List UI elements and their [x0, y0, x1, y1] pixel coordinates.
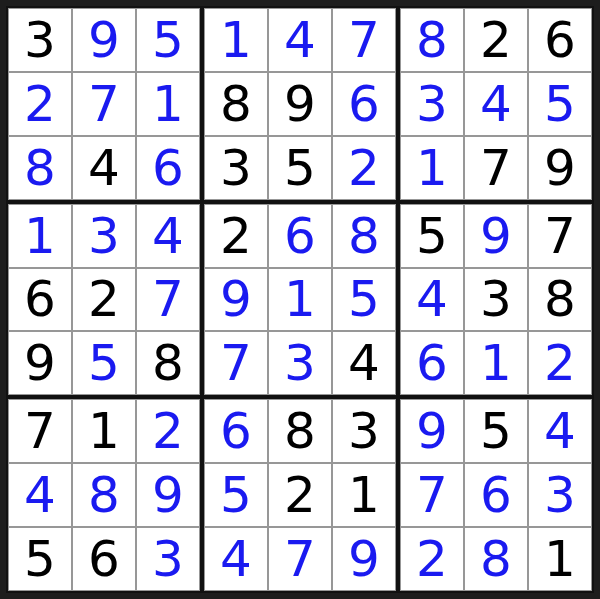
- block-5: 268915734: [202, 202, 398, 398]
- cell-r2c1[interactable]: 2: [8, 72, 72, 136]
- block-2: 147896352: [202, 6, 398, 202]
- cell-r3c9[interactable]: 9: [528, 136, 592, 200]
- cell-r6c9[interactable]: 2: [528, 331, 592, 395]
- cell-r1c6[interactable]: 7: [332, 8, 396, 72]
- cell-r8c1[interactable]: 4: [8, 463, 72, 527]
- cell-r5c4[interactable]: 9: [204, 268, 268, 332]
- cell-r4c3[interactable]: 4: [136, 204, 200, 268]
- cell-r3c5[interactable]: 5: [268, 136, 332, 200]
- cell-r6c2[interactable]: 5: [72, 331, 136, 395]
- block-7: 712489563: [6, 397, 202, 593]
- cell-r1c2[interactable]: 9: [72, 8, 136, 72]
- cell-r3c2[interactable]: 4: [72, 136, 136, 200]
- cell-r7c6[interactable]: 3: [332, 399, 396, 463]
- cell-r5c7[interactable]: 4: [400, 268, 464, 332]
- cell-r1c3[interactable]: 5: [136, 8, 200, 72]
- cell-r7c2[interactable]: 1: [72, 399, 136, 463]
- cell-r1c4[interactable]: 1: [204, 8, 268, 72]
- cell-r6c6[interactable]: 4: [332, 331, 396, 395]
- cell-r5c3[interactable]: 7: [136, 268, 200, 332]
- cell-r1c5[interactable]: 4: [268, 8, 332, 72]
- cell-r9c7[interactable]: 2: [400, 527, 464, 591]
- block-8: 683521479: [202, 397, 398, 593]
- cell-r5c1[interactable]: 6: [8, 268, 72, 332]
- cell-r4c6[interactable]: 8: [332, 204, 396, 268]
- cell-r9c8[interactable]: 8: [464, 527, 528, 591]
- cell-r2c6[interactable]: 6: [332, 72, 396, 136]
- cell-r9c6[interactable]: 9: [332, 527, 396, 591]
- cell-r3c1[interactable]: 8: [8, 136, 72, 200]
- cell-r7c5[interactable]: 8: [268, 399, 332, 463]
- cell-r8c2[interactable]: 8: [72, 463, 136, 527]
- cell-r8c8[interactable]: 6: [464, 463, 528, 527]
- cell-r6c1[interactable]: 9: [8, 331, 72, 395]
- cell-r7c4[interactable]: 6: [204, 399, 268, 463]
- sudoku-board: 3952718461478963528263451791346279582689…: [0, 0, 600, 599]
- cell-r6c8[interactable]: 1: [464, 331, 528, 395]
- cell-r5c6[interactable]: 5: [332, 268, 396, 332]
- cell-r6c4[interactable]: 7: [204, 331, 268, 395]
- cell-r7c3[interactable]: 2: [136, 399, 200, 463]
- cell-r7c8[interactable]: 5: [464, 399, 528, 463]
- cell-r4c2[interactable]: 3: [72, 204, 136, 268]
- cell-r9c4[interactable]: 4: [204, 527, 268, 591]
- cell-r2c3[interactable]: 1: [136, 72, 200, 136]
- cell-r9c2[interactable]: 6: [72, 527, 136, 591]
- block-9: 954763281: [398, 397, 594, 593]
- cell-r5c9[interactable]: 8: [528, 268, 592, 332]
- cell-r8c9[interactable]: 3: [528, 463, 592, 527]
- cell-r8c3[interactable]: 9: [136, 463, 200, 527]
- cell-r6c5[interactable]: 3: [268, 331, 332, 395]
- cell-r1c9[interactable]: 6: [528, 8, 592, 72]
- block-3: 826345179: [398, 6, 594, 202]
- cell-r7c7[interactable]: 9: [400, 399, 464, 463]
- block-1: 395271846: [6, 6, 202, 202]
- cell-r2c9[interactable]: 5: [528, 72, 592, 136]
- cell-r2c4[interactable]: 8: [204, 72, 268, 136]
- cell-r7c1[interactable]: 7: [8, 399, 72, 463]
- cell-r2c7[interactable]: 3: [400, 72, 464, 136]
- cell-r8c7[interactable]: 7: [400, 463, 464, 527]
- block-6: 597438612: [398, 202, 594, 398]
- cell-r5c8[interactable]: 3: [464, 268, 528, 332]
- cell-r4c9[interactable]: 7: [528, 204, 592, 268]
- cell-r3c7[interactable]: 1: [400, 136, 464, 200]
- cell-r3c4[interactable]: 3: [204, 136, 268, 200]
- cell-r1c8[interactable]: 2: [464, 8, 528, 72]
- cell-r3c8[interactable]: 7: [464, 136, 528, 200]
- cell-r2c8[interactable]: 4: [464, 72, 528, 136]
- cell-r9c3[interactable]: 3: [136, 527, 200, 591]
- cell-r1c1[interactable]: 3: [8, 8, 72, 72]
- cell-r5c2[interactable]: 2: [72, 268, 136, 332]
- cell-r4c8[interactable]: 9: [464, 204, 528, 268]
- cell-r9c1[interactable]: 5: [8, 527, 72, 591]
- cell-r3c3[interactable]: 6: [136, 136, 200, 200]
- block-4: 134627958: [6, 202, 202, 398]
- cell-r4c4[interactable]: 2: [204, 204, 268, 268]
- cell-r5c5[interactable]: 1: [268, 268, 332, 332]
- cell-r2c5[interactable]: 9: [268, 72, 332, 136]
- cell-r4c1[interactable]: 1: [8, 204, 72, 268]
- cell-r3c6[interactable]: 2: [332, 136, 396, 200]
- cell-r4c5[interactable]: 6: [268, 204, 332, 268]
- cell-r6c3[interactable]: 8: [136, 331, 200, 395]
- cell-r7c9[interactable]: 4: [528, 399, 592, 463]
- cell-r9c9[interactable]: 1: [528, 527, 592, 591]
- cell-r2c2[interactable]: 7: [72, 72, 136, 136]
- cell-r6c7[interactable]: 6: [400, 331, 464, 395]
- cell-r8c6[interactable]: 1: [332, 463, 396, 527]
- cell-r9c5[interactable]: 7: [268, 527, 332, 591]
- cell-r8c4[interactable]: 5: [204, 463, 268, 527]
- cell-r1c7[interactable]: 8: [400, 8, 464, 72]
- cell-r4c7[interactable]: 5: [400, 204, 464, 268]
- cell-r8c5[interactable]: 2: [268, 463, 332, 527]
